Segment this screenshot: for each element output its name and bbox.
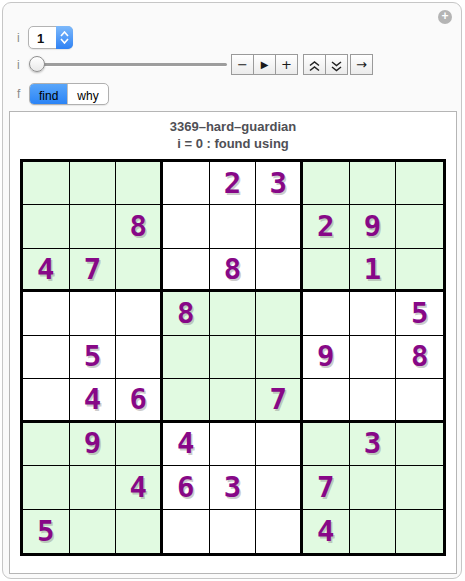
cell-r5c5 [210, 336, 257, 379]
cell-r6c5 [210, 379, 257, 422]
stepper-arrows[interactable] [56, 26, 73, 49]
faster-button[interactable] [303, 54, 326, 75]
cell-digit: 4 [84, 385, 101, 414]
cell-r1c4 [163, 162, 210, 205]
cell-digit: 7 [84, 255, 101, 284]
board-title: 3369–hard–guardian [10, 119, 456, 134]
content-panel: 3369–hard–guardian i = 0 : found using 2… [9, 111, 457, 574]
cell-r9c1: 5 [23, 510, 70, 553]
cell-r4c8 [350, 292, 397, 335]
step-forward-button[interactable]: + [275, 54, 298, 75]
cell-r2c4 [163, 205, 210, 248]
cell-r7c5 [210, 423, 257, 466]
cell-digit: 8 [411, 342, 428, 371]
cell-r6c9 [396, 379, 443, 422]
cell-r6c4 [163, 379, 210, 422]
stepper-label: i [17, 32, 20, 44]
cell-r4c6 [256, 292, 303, 335]
cell-r1c8 [350, 162, 397, 205]
f-toggle-group: find why [29, 83, 109, 105]
board-subtitle: i = 0 : found using [10, 136, 456, 151]
cell-r1c6: 3 [256, 162, 303, 205]
cell-r9c5 [210, 510, 257, 553]
manipulate-options-icon[interactable]: + [438, 10, 452, 24]
cell-r1c9 [396, 162, 443, 205]
cell-r6c8 [350, 379, 397, 422]
cell-r5c7: 9 [303, 336, 350, 379]
cell-r3c3 [116, 249, 163, 292]
cell-r3c7 [303, 249, 350, 292]
cell-digit: 5 [411, 299, 428, 328]
cell-r4c2 [70, 292, 117, 335]
cell-r3c1: 4 [23, 249, 70, 292]
i-stepper[interactable]: 1 [28, 26, 73, 49]
cell-r5c2: 5 [70, 336, 117, 379]
step-back-button[interactable]: − [231, 54, 254, 75]
cell-r8c9 [396, 466, 443, 509]
cell-r1c5: 2 [210, 162, 257, 205]
cell-r6c6: 7 [256, 379, 303, 422]
toggle-why-button[interactable]: why [67, 84, 107, 104]
cell-r4c7 [303, 292, 350, 335]
manipulate-panel: + i 1 i − ▶ + → f find why 3369–hard–gua… [2, 2, 462, 579]
cell-digit: 4 [317, 517, 334, 546]
cell-digit: 8 [177, 299, 194, 328]
slower-button[interactable] [325, 54, 348, 75]
cell-r1c7 [303, 162, 350, 205]
double-chevron-down-icon [326, 61, 347, 72]
cell-r9c3 [116, 510, 163, 553]
cell-r7c7 [303, 423, 350, 466]
i-stepper-value: 1 [37, 31, 44, 46]
cell-digit: 5 [84, 342, 101, 371]
double-chevron-up-icon [304, 61, 325, 72]
cell-r3c9 [396, 249, 443, 292]
i-slider-thumb[interactable] [29, 56, 45, 72]
cell-r8c6 [256, 466, 303, 509]
cell-r7c1 [23, 423, 70, 466]
cell-r3c2: 7 [70, 249, 117, 292]
cell-digit: 9 [317, 342, 334, 371]
cell-r1c3 [116, 162, 163, 205]
cell-digit: 3 [224, 473, 241, 502]
cell-r2c1 [23, 205, 70, 248]
i-slider-track[interactable] [31, 63, 227, 66]
cell-digit: 4 [37, 255, 54, 284]
cell-r3c5: 8 [210, 249, 257, 292]
cell-r7c8: 3 [350, 423, 397, 466]
cell-digit: 8 [224, 255, 241, 284]
cell-digit: 9 [364, 212, 381, 241]
cell-digit: 3 [269, 169, 286, 198]
cell-r9c2 [70, 510, 117, 553]
cell-r3c6 [256, 249, 303, 292]
cell-digit: 4 [177, 429, 194, 458]
toggle-find-button[interactable]: find [30, 84, 67, 104]
cell-r5c3 [116, 336, 163, 379]
cell-r6c3: 6 [116, 379, 163, 422]
cell-r3c4 [163, 249, 210, 292]
cell-digit: 7 [317, 473, 334, 502]
cell-r9c9 [396, 510, 443, 553]
chevron-up-icon[interactable] [60, 31, 69, 37]
cell-r8c2 [70, 466, 117, 509]
cell-r2c9 [396, 205, 443, 248]
cell-r9c7: 4 [303, 510, 350, 553]
cell-r6c1 [23, 379, 70, 422]
cell-r5c9: 8 [396, 336, 443, 379]
toggle-label: f [17, 88, 20, 100]
cell-r5c4 [163, 336, 210, 379]
cell-r7c3 [116, 423, 163, 466]
cell-r2c7: 2 [303, 205, 350, 248]
cell-r7c2: 9 [70, 423, 117, 466]
cell-r4c4: 8 [163, 292, 210, 335]
cell-r8c8 [350, 466, 397, 509]
cell-digit: 8 [129, 212, 146, 241]
cell-r4c9: 5 [396, 292, 443, 335]
cell-r5c6 [256, 336, 303, 379]
cell-r7c9 [396, 423, 443, 466]
cell-r8c7: 7 [303, 466, 350, 509]
cell-r5c8 [350, 336, 397, 379]
cell-r2c3: 8 [116, 205, 163, 248]
cell-r8c1 [23, 466, 70, 509]
cell-r6c7 [303, 379, 350, 422]
cell-r1c1 [23, 162, 70, 205]
cell-digit: 4 [129, 473, 146, 502]
cell-r4c3 [116, 292, 163, 335]
cell-digit: 3 [364, 429, 381, 458]
cell-r7c6 [256, 423, 303, 466]
cell-r2c2 [70, 205, 117, 248]
chevron-down-icon[interactable] [60, 38, 69, 44]
cell-r2c5 [210, 205, 257, 248]
cell-r8c3: 4 [116, 466, 163, 509]
direction-button[interactable]: → [350, 54, 373, 75]
cell-digit: 1 [364, 255, 381, 284]
cell-r1c2 [70, 162, 117, 205]
cell-r9c8 [350, 510, 397, 553]
cell-r2c6 [256, 205, 303, 248]
cell-digit: 6 [177, 473, 194, 502]
cell-r6c2: 4 [70, 379, 117, 422]
cell-digit: 6 [129, 385, 146, 414]
cell-r8c5: 3 [210, 466, 257, 509]
cell-r9c6 [256, 510, 303, 553]
cell-r3c8: 1 [350, 249, 397, 292]
cell-r4c1 [23, 292, 70, 335]
cell-r8c4: 6 [163, 466, 210, 509]
cell-digit: 5 [37, 517, 54, 546]
cell-r7c4: 4 [163, 423, 210, 466]
cell-digit: 2 [317, 212, 334, 241]
cell-digit: 2 [224, 169, 241, 198]
cell-digit: 7 [269, 385, 286, 414]
cell-digit: 9 [84, 429, 101, 458]
cell-r5c1 [23, 336, 70, 379]
cell-r2c8: 9 [350, 205, 397, 248]
cell-r4c5 [210, 292, 257, 335]
slider-label: i [17, 59, 20, 71]
sudoku-grid: 23829478185598467943463754 [20, 159, 446, 556]
cell-r9c4 [163, 510, 210, 553]
play-button[interactable]: ▶ [253, 54, 276, 75]
